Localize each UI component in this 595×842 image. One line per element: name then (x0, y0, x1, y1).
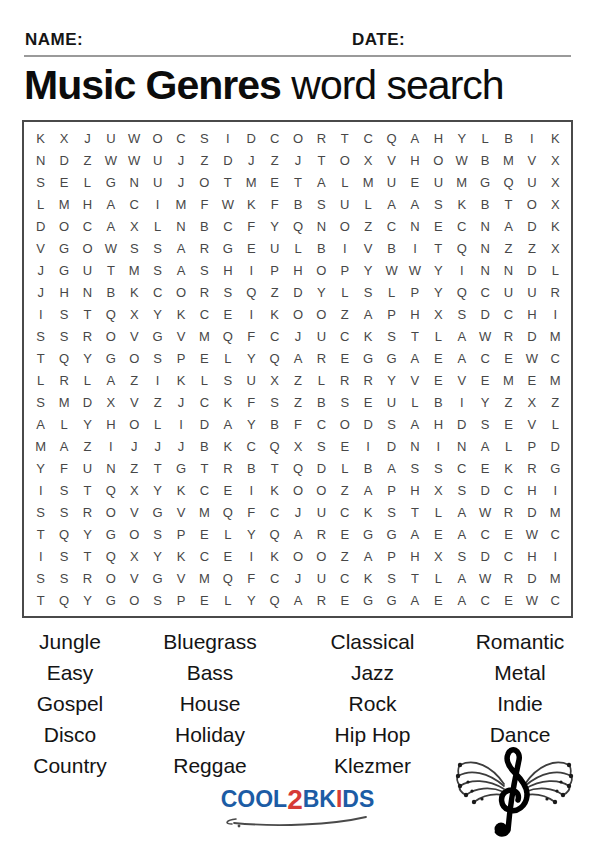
grid-cell-r15c11[interactable]: Q (263, 436, 286, 458)
grid-cell-r10c6[interactable]: G (146, 325, 169, 347)
grid-cell-r1c14[interactable]: T (333, 127, 356, 149)
grid-cell-r15c17[interactable]: N (403, 436, 426, 458)
grid-cell-r14c3[interactable]: Y (76, 414, 99, 436)
grid-cell-r6c5[interactable]: S (123, 237, 146, 259)
grid-cell-r6c18[interactable]: T (427, 237, 450, 259)
grid-cell-r5c5[interactable]: X (123, 215, 146, 237)
grid-cell-r9c3[interactable]: T (76, 303, 99, 325)
grid-cell-r18c3[interactable]: R (76, 502, 99, 524)
grid-cell-r19c20[interactable]: C (473, 524, 496, 546)
grid-cell-r6c8[interactable]: R (193, 237, 216, 259)
grid-cell-r2c20[interactable]: B (473, 149, 496, 171)
grid-cell-r17c17[interactable]: H (403, 480, 426, 502)
grid-cell-r10c1[interactable]: S (29, 325, 52, 347)
grid-cell-r8c7[interactable]: O (169, 281, 192, 303)
grid-cell-r7c8[interactable]: S (193, 259, 216, 281)
grid-cell-r4c8[interactable]: F (193, 193, 216, 215)
grid-cell-r15c10[interactable]: C (240, 436, 263, 458)
grid-cell-r7c22[interactable]: D (520, 259, 543, 281)
grid-cell-r2c6[interactable]: U (146, 149, 169, 171)
grid-cell-r2c3[interactable]: Z (76, 149, 99, 171)
grid-cell-r14c20[interactable]: S (473, 414, 496, 436)
grid-cell-r13c17[interactable]: L (403, 392, 426, 414)
grid-cell-r1c15[interactable]: C (356, 127, 379, 149)
grid-cell-r10c17[interactable]: T (403, 325, 426, 347)
grid-cell-r6c10[interactable]: E (240, 237, 263, 259)
grid-cell-r12c2[interactable]: R (52, 369, 75, 391)
grid-cell-r10c23[interactable]: M (544, 325, 567, 347)
grid-cell-r5c6[interactable]: L (146, 215, 169, 237)
grid-cell-r3c5[interactable]: N (123, 171, 146, 193)
grid-cell-r7c21[interactable]: N (497, 259, 520, 281)
grid-cell-r15c19[interactable]: N (450, 436, 473, 458)
grid-cell-r21c1[interactable]: S (29, 568, 52, 590)
grid-cell-r22c14[interactable]: E (333, 590, 356, 612)
grid-cell-r21c12[interactable]: J (286, 568, 309, 590)
grid-cell-r3c12[interactable]: T (286, 171, 309, 193)
grid-cell-r12c5[interactable]: Z (123, 369, 146, 391)
grid-cell-r3c6[interactable]: U (146, 171, 169, 193)
grid-cell-r12c22[interactable]: E (520, 369, 543, 391)
grid-cell-r21c13[interactable]: U (310, 568, 333, 590)
grid-cell-r6c7[interactable]: A (169, 237, 192, 259)
grid-cell-r20c19[interactable]: S (450, 546, 473, 568)
grid-cell-r13c6[interactable]: Z (146, 392, 169, 414)
grid-cell-r9c20[interactable]: D (473, 303, 496, 325)
grid-cell-r3c17[interactable]: E (403, 171, 426, 193)
grid-cell-r1c17[interactable]: A (403, 127, 426, 149)
grid-cell-r17c22[interactable]: H (520, 480, 543, 502)
grid-cell-r19c4[interactable]: G (99, 524, 122, 546)
grid-cell-r17c2[interactable]: S (52, 480, 75, 502)
grid-cell-r20c16[interactable]: P (380, 546, 403, 568)
grid-cell-r5c10[interactable]: F (240, 215, 263, 237)
grid-cell-r12c9[interactable]: S (216, 369, 239, 391)
grid-cell-r3c4[interactable]: G (99, 171, 122, 193)
grid-cell-r16c12[interactable]: Q (286, 458, 309, 480)
grid-cell-r15c3[interactable]: Z (76, 436, 99, 458)
grid-cell-r17c16[interactable]: P (380, 480, 403, 502)
grid-cell-r15c18[interactable]: I (427, 436, 450, 458)
grid-cell-r2c22[interactable]: V (520, 149, 543, 171)
grid-cell-r11c8[interactable]: E (193, 347, 216, 369)
grid-cell-r1c8[interactable]: S (193, 127, 216, 149)
grid-cell-r7c12[interactable]: H (286, 259, 309, 281)
grid-cell-r6c16[interactable]: B (380, 237, 403, 259)
grid-cell-r9c21[interactable]: C (497, 303, 520, 325)
grid-cell-r18c16[interactable]: S (380, 502, 403, 524)
grid-cell-r13c14[interactable]: S (333, 392, 356, 414)
grid-cell-r19c16[interactable]: G (380, 524, 403, 546)
grid-cell-r18c19[interactable]: A (450, 502, 473, 524)
grid-cell-r14c16[interactable]: S (380, 414, 403, 436)
grid-cell-r6c13[interactable]: B (310, 237, 333, 259)
grid-cell-r9c7[interactable]: K (169, 303, 192, 325)
grid-cell-r20c8[interactable]: C (193, 546, 216, 568)
grid-cell-r20c5[interactable]: X (123, 546, 146, 568)
grid-cell-r20c6[interactable]: Y (146, 546, 169, 568)
grid-cell-r4c18[interactable]: S (427, 193, 450, 215)
grid-cell-r19c6[interactable]: S (146, 524, 169, 546)
grid-cell-r9c1[interactable]: I (29, 303, 52, 325)
grid-cell-r12c3[interactable]: L (76, 369, 99, 391)
grid-cell-r10c21[interactable]: R (497, 325, 520, 347)
grid-cell-r13c20[interactable]: Y (473, 392, 496, 414)
grid-cell-r19c18[interactable]: E (427, 524, 450, 546)
grid-cell-r19c14[interactable]: E (333, 524, 356, 546)
grid-cell-r13c23[interactable]: Z (544, 392, 567, 414)
grid-cell-r7c10[interactable]: I (240, 259, 263, 281)
grid-cell-r22c8[interactable]: E (193, 590, 216, 612)
grid-cell-r13c12[interactable]: Z (286, 392, 309, 414)
grid-cell-r13c16[interactable]: U (380, 392, 403, 414)
grid-cell-r16c19[interactable]: C (450, 458, 473, 480)
grid-cell-r1c21[interactable]: B (497, 127, 520, 149)
grid-cell-r3c2[interactable]: E (52, 171, 75, 193)
grid-cell-r16c7[interactable]: G (169, 458, 192, 480)
grid-cell-r14c13[interactable]: C (310, 414, 333, 436)
grid-cell-r10c8[interactable]: M (193, 325, 216, 347)
grid-cell-r12c8[interactable]: L (193, 369, 216, 391)
grid-cell-r10c5[interactable]: V (123, 325, 146, 347)
grid-cell-r12c1[interactable]: L (29, 369, 52, 391)
date-write-line[interactable] (408, 33, 568, 53)
grid-cell-r2c16[interactable]: V (380, 149, 403, 171)
grid-cell-r18c23[interactable]: M (544, 502, 567, 524)
grid-cell-r16c3[interactable]: U (76, 458, 99, 480)
grid-cell-r4c17[interactable]: A (403, 193, 426, 215)
grid-cell-r7c15[interactable]: Y (356, 259, 379, 281)
grid-cell-r9c10[interactable]: I (240, 303, 263, 325)
grid-cell-r15c15[interactable]: I (356, 436, 379, 458)
grid-cell-r13c3[interactable]: D (76, 392, 99, 414)
grid-cell-r5c2[interactable]: O (52, 215, 75, 237)
grid-cell-r4c15[interactable]: L (356, 193, 379, 215)
grid-cell-r20c13[interactable]: O (310, 546, 333, 568)
grid-cell-r14c8[interactable]: D (193, 414, 216, 436)
grid-cell-r1c20[interactable]: L (473, 127, 496, 149)
grid-cell-r11c21[interactable]: E (497, 347, 520, 369)
grid-cell-r17c4[interactable]: Q (99, 480, 122, 502)
grid-cell-r6c4[interactable]: W (99, 237, 122, 259)
grid-cell-r11c4[interactable]: G (99, 347, 122, 369)
grid-cell-r2c9[interactable]: D (216, 149, 239, 171)
grid-cell-r9c18[interactable]: X (427, 303, 450, 325)
grid-cell-r14c18[interactable]: H (427, 414, 450, 436)
grid-cell-r18c11[interactable]: C (263, 502, 286, 524)
grid-cell-r4c1[interactable]: L (29, 193, 52, 215)
grid-cell-r22c11[interactable]: Q (263, 590, 286, 612)
grid-cell-r10c2[interactable]: S (52, 325, 75, 347)
grid-cell-r14c5[interactable]: O (123, 414, 146, 436)
grid-cell-r17c3[interactable]: T (76, 480, 99, 502)
grid-cell-r13c11[interactable]: S (263, 392, 286, 414)
grid-cell-r13c2[interactable]: M (52, 392, 75, 414)
grid-cell-r13c22[interactable]: X (520, 392, 543, 414)
grid-cell-r14c1[interactable]: A (29, 414, 52, 436)
grid-cell-r16c13[interactable]: D (310, 458, 333, 480)
grid-cell-r3c21[interactable]: Q (497, 171, 520, 193)
grid-cell-r5c7[interactable]: N (169, 215, 192, 237)
grid-cell-r14c17[interactable]: A (403, 414, 426, 436)
grid-cell-r7c9[interactable]: H (216, 259, 239, 281)
grid-cell-r13c4[interactable]: X (99, 392, 122, 414)
grid-cell-r1c9[interactable]: I (216, 127, 239, 149)
grid-cell-r9c11[interactable]: K (263, 303, 286, 325)
grid-cell-r3c20[interactable]: G (473, 171, 496, 193)
grid-cell-r14c22[interactable]: V (520, 414, 543, 436)
grid-cell-r4c5[interactable]: C (123, 193, 146, 215)
grid-cell-r16c15[interactable]: B (356, 458, 379, 480)
grid-cell-r19c23[interactable]: C (544, 524, 567, 546)
grid-cell-r11c5[interactable]: O (123, 347, 146, 369)
grid-cell-r3c9[interactable]: T (216, 171, 239, 193)
grid-cell-r4c7[interactable]: M (169, 193, 192, 215)
grid-cell-r9c17[interactable]: H (403, 303, 426, 325)
grid-cell-r21c6[interactable]: G (146, 568, 169, 590)
grid-cell-r11c16[interactable]: G (380, 347, 403, 369)
grid-cell-r14c2[interactable]: L (52, 414, 75, 436)
grid-cell-r14c23[interactable]: L (544, 414, 567, 436)
grid-cell-r8c15[interactable]: S (356, 281, 379, 303)
grid-cell-r17c1[interactable]: I (29, 480, 52, 502)
grid-cell-r7c13[interactable]: O (310, 259, 333, 281)
grid-cell-r8c18[interactable]: Y (427, 281, 450, 303)
grid-cell-r14c4[interactable]: H (99, 414, 122, 436)
grid-cell-r22c19[interactable]: A (450, 590, 473, 612)
grid-cell-r12c6[interactable]: I (146, 369, 169, 391)
grid-cell-r16c20[interactable]: E (473, 458, 496, 480)
grid-cell-r4c3[interactable]: H (76, 193, 99, 215)
grid-cell-r19c12[interactable]: A (286, 524, 309, 546)
grid-cell-r16c8[interactable]: T (193, 458, 216, 480)
grid-cell-r6c1[interactable]: V (29, 237, 52, 259)
grid-cell-r1c3[interactable]: J (76, 127, 99, 149)
grid-cell-r12c17[interactable]: V (403, 369, 426, 391)
grid-cell-r3c15[interactable]: M (356, 171, 379, 193)
grid-cell-r1c19[interactable]: Y (450, 127, 473, 149)
grid-cell-r7c6[interactable]: S (146, 259, 169, 281)
grid-cell-r21c16[interactable]: S (380, 568, 403, 590)
grid-cell-r6c22[interactable]: Z (520, 237, 543, 259)
grid-cell-r13c8[interactable]: C (193, 392, 216, 414)
grid-cell-r5c20[interactable]: N (473, 215, 496, 237)
grid-cell-r10c12[interactable]: J (286, 325, 309, 347)
grid-cell-r20c22[interactable]: H (520, 546, 543, 568)
grid-cell-r15c7[interactable]: J (169, 436, 192, 458)
name-write-line[interactable] (88, 33, 318, 53)
grid-cell-r2c17[interactable]: H (403, 149, 426, 171)
grid-cell-r19c15[interactable]: G (356, 524, 379, 546)
grid-cell-r8c20[interactable]: C (473, 281, 496, 303)
grid-cell-r20c21[interactable]: C (497, 546, 520, 568)
grid-cell-r19c2[interactable]: Q (52, 524, 75, 546)
grid-cell-r13c15[interactable]: E (356, 392, 379, 414)
grid-cell-r19c9[interactable]: L (216, 524, 239, 546)
grid-cell-r8c22[interactable]: U (520, 281, 543, 303)
grid-cell-r8c1[interactable]: J (29, 281, 52, 303)
grid-cell-r10c18[interactable]: L (427, 325, 450, 347)
grid-cell-r1c10[interactable]: D (240, 127, 263, 149)
grid-cell-r13c7[interactable]: J (169, 392, 192, 414)
grid-cell-r9c4[interactable]: Q (99, 303, 122, 325)
grid-cell-r5c16[interactable]: C (380, 215, 403, 237)
grid-cell-r1c1[interactable]: K (29, 127, 52, 149)
grid-cell-r20c23[interactable]: I (544, 546, 567, 568)
grid-cell-r1c22[interactable]: I (520, 127, 543, 149)
grid-cell-r21c22[interactable]: D (520, 568, 543, 590)
grid-cell-r22c4[interactable]: G (99, 590, 122, 612)
grid-cell-r2c21[interactable]: M (497, 149, 520, 171)
grid-cell-r8c5[interactable]: K (123, 281, 146, 303)
grid-cell-r3c18[interactable]: U (427, 171, 450, 193)
grid-cell-r20c12[interactable]: O (286, 546, 309, 568)
grid-cell-r16c4[interactable]: N (99, 458, 122, 480)
grid-cell-r3c7[interactable]: J (169, 171, 192, 193)
grid-cell-r16c5[interactable]: Z (123, 458, 146, 480)
grid-cell-r17c9[interactable]: E (216, 480, 239, 502)
grid-cell-r14c19[interactable]: D (450, 414, 473, 436)
grid-cell-r20c18[interactable]: X (427, 546, 450, 568)
grid-cell-r20c10[interactable]: I (240, 546, 263, 568)
grid-cell-r7c23[interactable]: L (544, 259, 567, 281)
grid-cell-r4c14[interactable]: U (333, 193, 356, 215)
grid-cell-r15c16[interactable]: D (380, 436, 403, 458)
grid-cell-r16c6[interactable]: T (146, 458, 169, 480)
grid-cell-r13c10[interactable]: F (240, 392, 263, 414)
grid-cell-r20c2[interactable]: S (52, 546, 75, 568)
grid-cell-r11c23[interactable]: C (544, 347, 567, 369)
grid-cell-r21c23[interactable]: M (544, 568, 567, 590)
grid-cell-r4c10[interactable]: K (240, 193, 263, 215)
grid-cell-r4c2[interactable]: M (52, 193, 75, 215)
grid-cell-r12c14[interactable]: R (333, 369, 356, 391)
grid-cell-r18c22[interactable]: D (520, 502, 543, 524)
grid-cell-r10c11[interactable]: C (263, 325, 286, 347)
grid-cell-r21c3[interactable]: R (76, 568, 99, 590)
grid-cell-r16c18[interactable]: S (427, 458, 450, 480)
grid-cell-r9c15[interactable]: A (356, 303, 379, 325)
grid-cell-r17c7[interactable]: K (169, 480, 192, 502)
grid-cell-r10c16[interactable]: S (380, 325, 403, 347)
grid-cell-r8c21[interactable]: U (497, 281, 520, 303)
grid-cell-r8c12[interactable]: D (286, 281, 309, 303)
grid-cell-r5c11[interactable]: Y (263, 215, 286, 237)
grid-cell-r1c2[interactable]: X (52, 127, 75, 149)
grid-cell-r2c18[interactable]: O (427, 149, 450, 171)
grid-cell-r21c4[interactable]: O (99, 568, 122, 590)
grid-cell-r19c11[interactable]: Q (263, 524, 286, 546)
grid-cell-r22c21[interactable]: E (497, 590, 520, 612)
grid-cell-r14c7[interactable]: I (169, 414, 192, 436)
grid-cell-r10c10[interactable]: F (240, 325, 263, 347)
grid-cell-r14c6[interactable]: L (146, 414, 169, 436)
grid-cell-r1c11[interactable]: C (263, 127, 286, 149)
grid-cell-r11c17[interactable]: A (403, 347, 426, 369)
grid-cell-r4c4[interactable]: A (99, 193, 122, 215)
grid-cell-r21c20[interactable]: W (473, 568, 496, 590)
grid-cell-r17c12[interactable]: O (286, 480, 309, 502)
grid-cell-r15c2[interactable]: A (52, 436, 75, 458)
grid-cell-r19c21[interactable]: E (497, 524, 520, 546)
grid-cell-r13c21[interactable]: Z (497, 392, 520, 414)
grid-cell-r6c21[interactable]: Z (497, 237, 520, 259)
grid-cell-r21c5[interactable]: V (123, 568, 146, 590)
grid-cell-r15c6[interactable]: J (146, 436, 169, 458)
grid-cell-r4c20[interactable]: B (473, 193, 496, 215)
grid-cell-r14c15[interactable]: D (356, 414, 379, 436)
grid-cell-r21c21[interactable]: R (497, 568, 520, 590)
grid-cell-r11c7[interactable]: P (169, 347, 192, 369)
grid-cell-r20c15[interactable]: A (356, 546, 379, 568)
grid-cell-r18c15[interactable]: K (356, 502, 379, 524)
grid-cell-r18c1[interactable]: S (29, 502, 52, 524)
grid-cell-r3c1[interactable]: S (29, 171, 52, 193)
grid-cell-r6c20[interactable]: N (473, 237, 496, 259)
grid-cell-r15c22[interactable]: P (520, 436, 543, 458)
grid-cell-r15c9[interactable]: K (216, 436, 239, 458)
grid-cell-r5c18[interactable]: E (427, 215, 450, 237)
grid-cell-r2c12[interactable]: J (286, 149, 309, 171)
grid-cell-r20c4[interactable]: Q (99, 546, 122, 568)
grid-cell-r13c18[interactable]: B (427, 392, 450, 414)
grid-cell-r20c20[interactable]: D (473, 546, 496, 568)
grid-cell-r17c15[interactable]: A (356, 480, 379, 502)
grid-cell-r18c14[interactable]: C (333, 502, 356, 524)
grid-cell-r1c18[interactable]: H (427, 127, 450, 149)
grid-cell-r12c16[interactable]: Y (380, 369, 403, 391)
grid-cell-r2c13[interactable]: T (310, 149, 333, 171)
grid-cell-r17c21[interactable]: C (497, 480, 520, 502)
grid-cell-r8c16[interactable]: L (380, 281, 403, 303)
grid-cell-r2c11[interactable]: Z (263, 149, 286, 171)
grid-cell-r10c20[interactable]: W (473, 325, 496, 347)
grid-cell-r19c22[interactable]: W (520, 524, 543, 546)
grid-cell-r15c13[interactable]: S (310, 436, 333, 458)
grid-cell-r2c8[interactable]: Z (193, 149, 216, 171)
grid-cell-r13c1[interactable]: S (29, 392, 52, 414)
grid-cell-r22c1[interactable]: T (29, 590, 52, 612)
grid-cell-r9c9[interactable]: E (216, 303, 239, 325)
grid-cell-r19c13[interactable]: R (310, 524, 333, 546)
grid-cell-r20c7[interactable]: K (169, 546, 192, 568)
grid-cell-r1c6[interactable]: O (146, 127, 169, 149)
grid-cell-r5c14[interactable]: O (333, 215, 356, 237)
grid-cell-r6c3[interactable]: O (76, 237, 99, 259)
grid-cell-r19c19[interactable]: A (450, 524, 473, 546)
grid-cell-r7c20[interactable]: N (473, 259, 496, 281)
grid-cell-r3c23[interactable]: X (544, 171, 567, 193)
grid-cell-r10c4[interactable]: O (99, 325, 122, 347)
grid-cell-r9c14[interactable]: Z (333, 303, 356, 325)
grid-cell-r12c11[interactable]: X (263, 369, 286, 391)
grid-cell-r12c4[interactable]: A (99, 369, 122, 391)
grid-cell-r12c20[interactable]: E (473, 369, 496, 391)
grid-cell-r5c23[interactable]: K (544, 215, 567, 237)
grid-cell-r7c4[interactable]: T (99, 259, 122, 281)
grid-cell-r15c4[interactable]: I (99, 436, 122, 458)
grid-cell-r3c22[interactable]: U (520, 171, 543, 193)
grid-cell-r11c6[interactable]: S (146, 347, 169, 369)
grid-cell-r16c11[interactable]: T (263, 458, 286, 480)
grid-cell-r7c16[interactable]: W (380, 259, 403, 281)
grid-cell-r6c12[interactable]: L (286, 237, 309, 259)
grid-cell-r5c1[interactable]: D (29, 215, 52, 237)
grid-cell-r22c17[interactable]: A (403, 590, 426, 612)
grid-cell-r2c1[interactable]: N (29, 149, 52, 171)
grid-cell-r22c5[interactable]: O (123, 590, 146, 612)
grid-cell-r22c23[interactable]: C (544, 590, 567, 612)
